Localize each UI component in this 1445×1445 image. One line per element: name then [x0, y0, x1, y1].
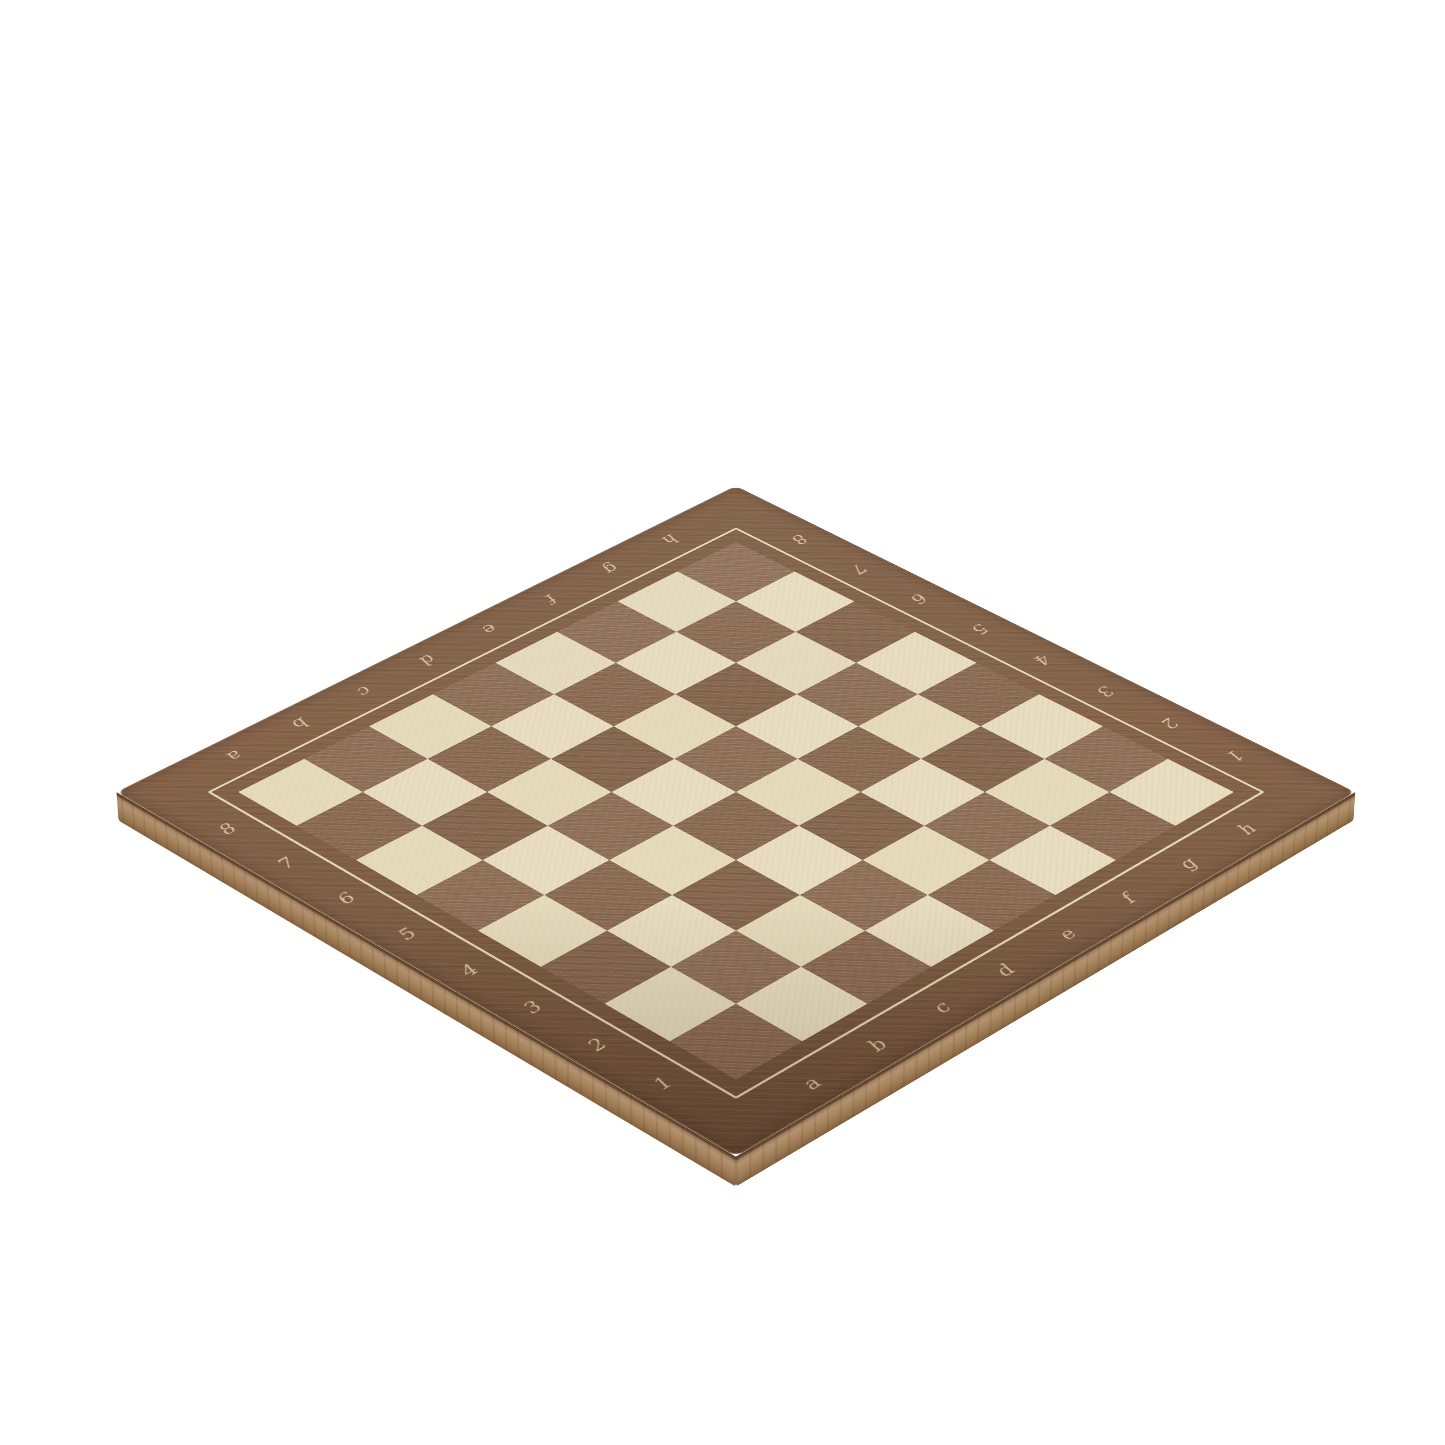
square-f2 [924, 792, 1050, 860]
square-c5 [548, 792, 674, 860]
square-b4 [544, 860, 672, 931]
square-c2 [736, 895, 865, 967]
square-d2 [800, 860, 928, 931]
square-c3 [672, 860, 800, 931]
square-b1 [736, 967, 867, 1041]
square-e1 [928, 860, 1056, 931]
board-top: aabbccddeeffgghh1122334455667788 [117, 486, 1356, 1157]
square-g1 [1050, 792, 1176, 860]
square-c1 [801, 931, 931, 1004]
square-b2 [671, 931, 801, 1004]
square-a5 [416, 860, 544, 931]
square-b3 [607, 895, 736, 967]
chess-board: aabbccddeeffgghh1122334455667788 [117, 486, 1356, 1157]
square-a3 [541, 931, 671, 1004]
square-e2 [863, 826, 990, 895]
square-a4 [478, 895, 607, 967]
square-a2 [605, 967, 736, 1041]
board-scene: aabbccddeeffgghh1122334455667788 [298, 354, 1174, 1230]
square-c4 [609, 826, 736, 895]
square-a1 [670, 1004, 803, 1080]
square-a7 [297, 792, 423, 860]
product-photo-stage: aabbccddeeffgghh1122334455667788 [0, 0, 1445, 1445]
square-d1 [865, 895, 994, 967]
square-b5 [483, 826, 610, 895]
square-e3 [799, 792, 925, 860]
square-d3 [736, 826, 863, 895]
square-d4 [673, 792, 799, 860]
square-b6 [422, 792, 548, 860]
square-a6 [356, 826, 483, 895]
square-f1 [989, 826, 1116, 895]
